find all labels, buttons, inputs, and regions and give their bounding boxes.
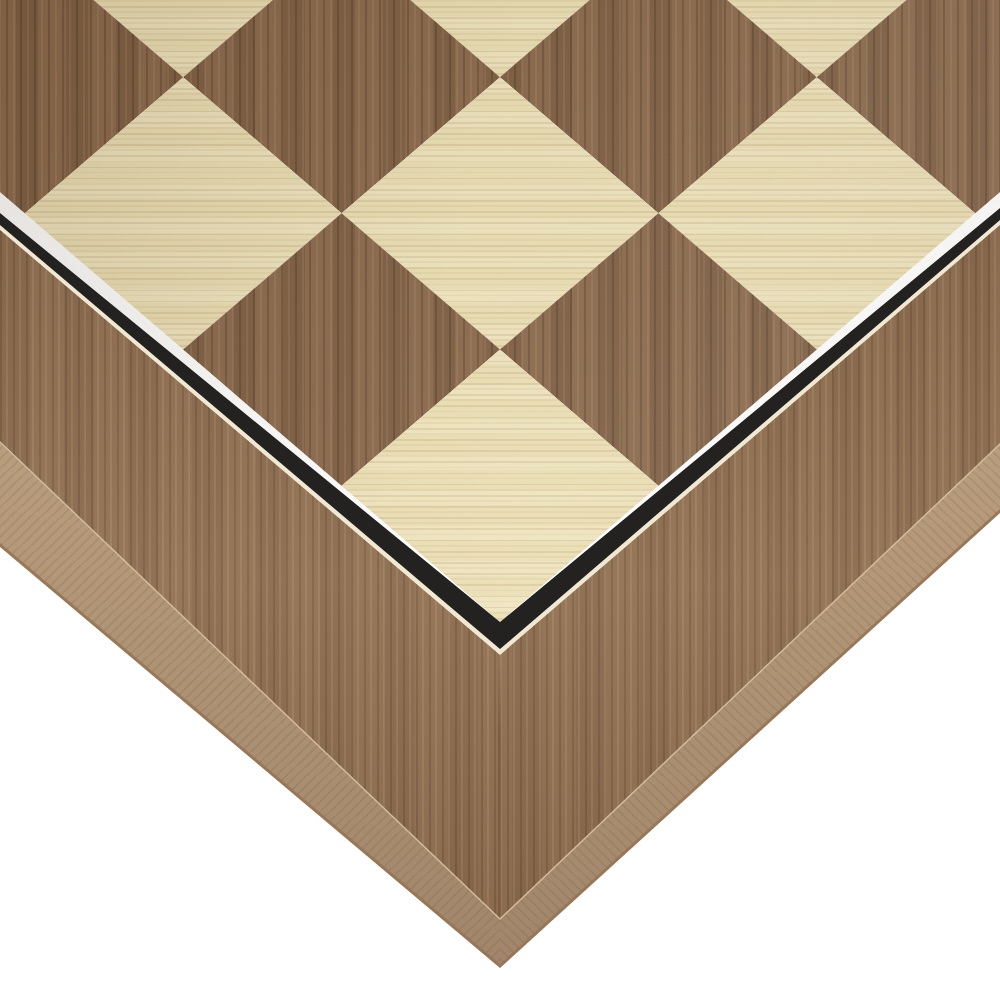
frame-miter-seam bbox=[498, 652, 501, 922]
chessboard-photo bbox=[0, 0, 1000, 1000]
